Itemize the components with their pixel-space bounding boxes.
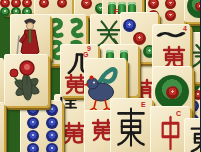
tile-east-wind[interactable]: E	[110, 98, 152, 152]
tile-8dots-blue-dot-4	[27, 130, 39, 142]
tile-east-wind-mark: E	[141, 101, 146, 108]
mark-G: G	[83, 51, 88, 58]
tile-8dots-blue-dot-5	[46, 130, 58, 142]
tile-9dots-top-partial-dot-3	[0, 7, 10, 17]
tile-east-partial-br-glyph-svg	[184, 118, 200, 152]
tile-8dots-blue-dot-3	[46, 117, 58, 129]
tile-8dots-red-top-partial-dot-0	[148, 0, 159, 9]
tile-9dots-top-partial[interactable]	[0, 0, 36, 13]
tile-2dots-top-partial-dot-1	[57, 0, 67, 8]
tile-1dot-topright-partial[interactable]	[184, 0, 200, 22]
tile-3dots-dot-1	[133, 32, 146, 45]
tile-east-partial-br[interactable]	[184, 118, 200, 152]
tile-4char-mark: 4	[183, 25, 187, 32]
tile-sliver-left-bottom	[0, 102, 4, 152]
tile-8dots-blue-dot-7	[46, 143, 58, 152]
tile-8dots-blue[interactable]	[20, 100, 62, 152]
tile-dots-right-partial-dot-1	[193, 90, 200, 100]
tile-red-dragon-mark: C	[176, 110, 181, 117]
tile-8dots-red-top-partial-dot-1	[165, 0, 176, 9]
tile-2dots-top-partial-dot-0	[39, 0, 49, 8]
mark-F: F	[114, 8, 118, 15]
tile-3dots-dot-0	[123, 19, 136, 32]
mahjong-board: 149ECFG	[0, 0, 200, 152]
tile-3dots-top-partial-dot-0	[81, 0, 92, 9]
rose-flower-svg	[4, 54, 48, 106]
tile-1dot-green-dot-1	[166, 86, 179, 99]
tile-flower-rose[interactable]	[4, 54, 48, 106]
tile-1dot-topright-partial-dot-1	[195, 2, 201, 11]
tile-8dots-red-top-partial-dot-3	[165, 10, 176, 21]
tile-8dots-blue-dot-2	[27, 117, 39, 129]
tile-8dots-blue-dot-6	[27, 143, 39, 152]
